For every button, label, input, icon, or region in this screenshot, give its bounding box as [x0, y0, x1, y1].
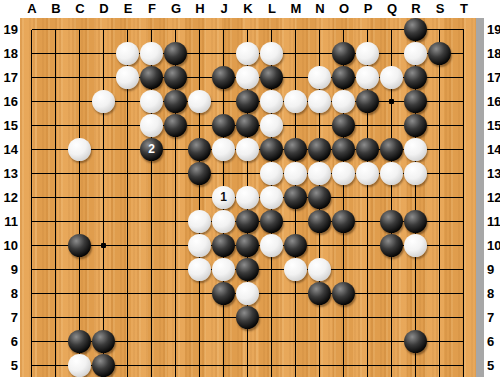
intersection-J7[interactable] — [212, 306, 236, 330]
intersection-R6[interactable] — [404, 330, 428, 354]
intersection-B14[interactable] — [44, 138, 68, 162]
intersection-K8[interactable] — [236, 282, 260, 306]
intersection-Q8[interactable] — [380, 282, 404, 306]
intersection-F11[interactable] — [140, 210, 164, 234]
intersection-M11[interactable] — [284, 210, 308, 234]
grid-line — [236, 173, 248, 174]
intersection-E14[interactable] — [116, 138, 140, 162]
intersection-D8[interactable] — [92, 282, 116, 306]
intersection-F17[interactable] — [140, 66, 164, 90]
intersection-H18[interactable] — [188, 42, 212, 66]
intersection-F9[interactable] — [140, 258, 164, 282]
intersection-P16[interactable] — [356, 90, 380, 114]
intersection-N10[interactable] — [308, 234, 332, 258]
intersection-A9[interactable] — [20, 258, 44, 282]
intersection-C5[interactable] — [68, 354, 92, 377]
intersection-O17[interactable] — [332, 66, 356, 90]
intersection-M18[interactable] — [284, 42, 308, 66]
intersection-L8[interactable] — [260, 282, 284, 306]
intersection-F5[interactable] — [140, 354, 164, 377]
intersection-S18[interactable] — [428, 42, 452, 66]
intersection-A15[interactable] — [20, 114, 44, 138]
grid-line — [56, 197, 68, 198]
grid-line — [212, 53, 224, 54]
intersection-E15[interactable] — [116, 114, 140, 138]
grid-line — [404, 293, 416, 294]
intersection-F15[interactable] — [140, 114, 164, 138]
intersection-O8[interactable] — [332, 282, 356, 306]
intersection-R19[interactable] — [404, 18, 428, 42]
intersection-E8[interactable] — [116, 282, 140, 306]
intersection-D18[interactable] — [92, 42, 116, 66]
intersection-G5[interactable] — [164, 354, 188, 377]
intersection-S19[interactable] — [428, 18, 452, 42]
intersection-H8[interactable] — [188, 282, 212, 306]
intersection-M12[interactable] — [284, 186, 308, 210]
intersection-A16[interactable] — [20, 90, 44, 114]
grid-line — [32, 77, 44, 78]
intersection-S13[interactable] — [428, 162, 452, 186]
intersection-G17[interactable] — [164, 66, 188, 90]
intersection-D16[interactable] — [92, 90, 116, 114]
intersection-L6[interactable] — [260, 330, 284, 354]
intersection-C10[interactable] — [68, 234, 92, 258]
intersection-O9[interactable] — [332, 258, 356, 282]
intersection-O14[interactable] — [332, 138, 356, 162]
intersection-S17[interactable] — [428, 66, 452, 90]
intersection-A8[interactable] — [20, 282, 44, 306]
intersection-P7[interactable] — [356, 306, 380, 330]
intersection-F14[interactable]: 2 — [140, 138, 164, 162]
intersection-A6[interactable] — [20, 330, 44, 354]
intersection-F12[interactable] — [140, 186, 164, 210]
intersection-C12[interactable] — [68, 186, 92, 210]
intersection-K7[interactable] — [236, 306, 260, 330]
grid-line — [271, 366, 272, 377]
intersection-R10[interactable] — [404, 234, 428, 258]
intersection-A11[interactable] — [20, 210, 44, 234]
intersection-K5[interactable] — [236, 354, 260, 377]
intersection-A18[interactable] — [20, 42, 44, 66]
intersection-N15[interactable] — [308, 114, 332, 138]
intersection-K10[interactable] — [236, 234, 260, 258]
intersection-N11[interactable] — [308, 210, 332, 234]
intersection-E18[interactable] — [116, 42, 140, 66]
intersection-R18[interactable] — [404, 42, 428, 66]
intersection-Q11[interactable] — [380, 210, 404, 234]
intersection-L11[interactable] — [260, 210, 284, 234]
intersection-B10[interactable] — [44, 234, 68, 258]
intersection-B16[interactable] — [44, 90, 68, 114]
intersection-M6[interactable] — [284, 330, 308, 354]
intersection-A5[interactable] — [20, 354, 44, 377]
intersection-D19[interactable] — [92, 18, 116, 42]
intersection-Q9[interactable] — [380, 258, 404, 282]
intersection-J8[interactable] — [212, 282, 236, 306]
intersection-G7[interactable] — [164, 306, 188, 330]
intersection-D13[interactable] — [92, 162, 116, 186]
intersection-O19[interactable] — [332, 18, 356, 42]
intersection-J12[interactable]: 1 — [212, 186, 236, 210]
intersection-J6[interactable] — [212, 330, 236, 354]
intersection-P5[interactable] — [356, 354, 380, 377]
intersection-R13[interactable] — [404, 162, 428, 186]
intersection-T9[interactable] — [452, 258, 476, 282]
intersection-B19[interactable] — [44, 18, 68, 42]
intersection-A7[interactable] — [20, 306, 44, 330]
intersection-L5[interactable] — [260, 354, 284, 377]
intersection-M13[interactable] — [284, 162, 308, 186]
intersection-H10[interactable] — [188, 234, 212, 258]
intersection-P18[interactable] — [356, 42, 380, 66]
intersection-E12[interactable] — [116, 186, 140, 210]
intersection-J5[interactable] — [212, 354, 236, 377]
intersection-L15[interactable] — [260, 114, 284, 138]
intersection-E13[interactable] — [116, 162, 140, 186]
intersection-O10[interactable] — [332, 234, 356, 258]
intersection-S12[interactable] — [428, 186, 452, 210]
intersection-Q6[interactable] — [380, 330, 404, 354]
intersection-H15[interactable] — [188, 114, 212, 138]
intersection-O18[interactable] — [332, 42, 356, 66]
grid-line — [199, 78, 200, 90]
intersection-D12[interactable] — [92, 186, 116, 210]
intersection-D11[interactable] — [92, 210, 116, 234]
intersection-D9[interactable] — [92, 258, 116, 282]
intersection-S9[interactable] — [428, 258, 452, 282]
intersection-D7[interactable] — [92, 306, 116, 330]
intersection-C17[interactable] — [68, 66, 92, 90]
intersection-E6[interactable] — [116, 330, 140, 354]
intersection-S7[interactable] — [428, 306, 452, 330]
intersection-B18[interactable] — [44, 42, 68, 66]
intersection-D10[interactable] — [92, 234, 116, 258]
intersection-T14[interactable] — [452, 138, 476, 162]
intersection-C6[interactable] — [68, 330, 92, 354]
grid-line — [367, 126, 368, 138]
intersection-C18[interactable] — [68, 42, 92, 66]
intersection-S14[interactable] — [428, 138, 452, 162]
intersection-M8[interactable] — [284, 282, 308, 306]
intersection-F18[interactable] — [140, 42, 164, 66]
intersection-C14[interactable] — [68, 138, 92, 162]
intersection-L9[interactable] — [260, 258, 284, 282]
intersection-K15[interactable] — [236, 114, 260, 138]
intersection-E11[interactable] — [116, 210, 140, 234]
intersection-C9[interactable] — [68, 258, 92, 282]
intersection-Q13[interactable] — [380, 162, 404, 186]
intersection-K12[interactable] — [236, 186, 260, 210]
intersection-Q19[interactable] — [380, 18, 404, 42]
intersection-R11[interactable] — [404, 210, 428, 234]
intersection-J18[interactable] — [212, 42, 236, 66]
row-label-right-9: 9 — [487, 258, 500, 282]
intersection-M16[interactable] — [284, 90, 308, 114]
intersection-F13[interactable] — [140, 162, 164, 186]
intersection-H9[interactable] — [188, 258, 212, 282]
intersection-T11[interactable] — [452, 210, 476, 234]
intersection-S8[interactable] — [428, 282, 452, 306]
intersection-B13[interactable] — [44, 162, 68, 186]
intersection-L19[interactable] — [260, 18, 284, 42]
intersection-G12[interactable] — [164, 186, 188, 210]
intersection-F6[interactable] — [140, 330, 164, 354]
intersection-S10[interactable] — [428, 234, 452, 258]
intersection-J15[interactable] — [212, 114, 236, 138]
intersection-M10[interactable] — [284, 234, 308, 258]
intersection-J10[interactable] — [212, 234, 236, 258]
intersection-R8[interactable] — [404, 282, 428, 306]
intersection-H17[interactable] — [188, 66, 212, 90]
intersection-K17[interactable] — [236, 66, 260, 90]
intersection-A12[interactable] — [20, 186, 44, 210]
intersection-K19[interactable] — [236, 18, 260, 42]
intersection-T5[interactable] — [452, 354, 476, 377]
intersection-C11[interactable] — [68, 210, 92, 234]
intersection-M9[interactable] — [284, 258, 308, 282]
intersection-T10[interactable] — [452, 234, 476, 258]
intersection-S15[interactable] — [428, 114, 452, 138]
intersection-M19[interactable] — [284, 18, 308, 42]
intersection-H14[interactable] — [188, 138, 212, 162]
intersection-N9[interactable] — [308, 258, 332, 282]
intersection-N18[interactable] — [308, 42, 332, 66]
intersection-Q14[interactable] — [380, 138, 404, 162]
intersection-P13[interactable] — [356, 162, 380, 186]
intersection-B12[interactable] — [44, 186, 68, 210]
intersection-P11[interactable] — [356, 210, 380, 234]
intersection-O5[interactable] — [332, 354, 356, 377]
intersection-O16[interactable] — [332, 90, 356, 114]
intersection-R16[interactable] — [404, 90, 428, 114]
intersection-T8[interactable] — [452, 282, 476, 306]
intersection-R17[interactable] — [404, 66, 428, 90]
intersection-T19[interactable] — [452, 18, 476, 42]
intersection-F7[interactable] — [140, 306, 164, 330]
intersection-A14[interactable] — [20, 138, 44, 162]
intersection-B8[interactable] — [44, 282, 68, 306]
intersection-Q12[interactable] — [380, 186, 404, 210]
intersection-G8[interactable] — [164, 282, 188, 306]
intersection-E16[interactable] — [116, 90, 140, 114]
intersection-O12[interactable] — [332, 186, 356, 210]
intersection-K9[interactable] — [236, 258, 260, 282]
intersection-Q15[interactable] — [380, 114, 404, 138]
intersection-N8[interactable] — [308, 282, 332, 306]
intersection-N7[interactable] — [308, 306, 332, 330]
intersection-D17[interactable] — [92, 66, 116, 90]
intersection-H7[interactable] — [188, 306, 212, 330]
intersection-N17[interactable] — [308, 66, 332, 90]
intersection-G9[interactable] — [164, 258, 188, 282]
intersection-G11[interactable] — [164, 210, 188, 234]
intersection-H19[interactable] — [188, 18, 212, 42]
intersection-C7[interactable] — [68, 306, 92, 330]
intersection-L16[interactable] — [260, 90, 284, 114]
intersection-D5[interactable] — [92, 354, 116, 377]
intersection-P15[interactable] — [356, 114, 380, 138]
intersection-C19[interactable] — [68, 18, 92, 42]
intersection-A17[interactable] — [20, 66, 44, 90]
intersection-R15[interactable] — [404, 114, 428, 138]
intersection-K11[interactable] — [236, 210, 260, 234]
intersection-E10[interactable] — [116, 234, 140, 258]
grid-line — [175, 198, 176, 210]
intersection-G19[interactable] — [164, 18, 188, 42]
intersection-K16[interactable] — [236, 90, 260, 114]
intersection-K14[interactable] — [236, 138, 260, 162]
intersection-K6[interactable] — [236, 330, 260, 354]
intersection-H12[interactable] — [188, 186, 212, 210]
intersection-K13[interactable] — [236, 162, 260, 186]
intersection-O6[interactable] — [332, 330, 356, 354]
intersection-Q10[interactable] — [380, 234, 404, 258]
intersection-B7[interactable] — [44, 306, 68, 330]
intersection-P12[interactable] — [356, 186, 380, 210]
intersection-T16[interactable] — [452, 90, 476, 114]
intersection-A13[interactable] — [20, 162, 44, 186]
intersection-D6[interactable] — [92, 330, 116, 354]
intersection-A10[interactable] — [20, 234, 44, 258]
intersection-L7[interactable] — [260, 306, 284, 330]
intersection-J13[interactable] — [212, 162, 236, 186]
intersection-J14[interactable] — [212, 138, 236, 162]
intersection-C15[interactable] — [68, 114, 92, 138]
intersection-J16[interactable] — [212, 90, 236, 114]
intersection-N14[interactable] — [308, 138, 332, 162]
intersection-O11[interactable] — [332, 210, 356, 234]
intersection-B17[interactable] — [44, 66, 68, 90]
intersection-J9[interactable] — [212, 258, 236, 282]
intersection-H13[interactable] — [188, 162, 212, 186]
intersection-M14[interactable] — [284, 138, 308, 162]
intersection-P9[interactable] — [356, 258, 380, 282]
intersection-Q17[interactable] — [380, 66, 404, 90]
intersection-H6[interactable] — [188, 330, 212, 354]
intersection-G14[interactable] — [164, 138, 188, 162]
intersection-N13[interactable] — [308, 162, 332, 186]
intersection-B11[interactable] — [44, 210, 68, 234]
intersection-N6[interactable] — [308, 330, 332, 354]
intersection-F16[interactable] — [140, 90, 164, 114]
intersection-T13[interactable] — [452, 162, 476, 186]
grid-line — [452, 365, 464, 366]
grid-line — [175, 342, 176, 354]
intersection-R12[interactable] — [404, 186, 428, 210]
intersection-J17[interactable] — [212, 66, 236, 90]
intersection-S5[interactable] — [428, 354, 452, 377]
intersection-L10[interactable] — [260, 234, 284, 258]
intersection-K18[interactable] — [236, 42, 260, 66]
intersection-E19[interactable] — [116, 18, 140, 42]
intersection-S6[interactable] — [428, 330, 452, 354]
intersection-N19[interactable] — [308, 18, 332, 42]
grid-line — [332, 197, 344, 198]
intersection-Q7[interactable] — [380, 306, 404, 330]
intersection-J19[interactable] — [212, 18, 236, 42]
intersection-B9[interactable] — [44, 258, 68, 282]
intersection-G6[interactable] — [164, 330, 188, 354]
intersection-T12[interactable] — [452, 186, 476, 210]
intersection-O13[interactable] — [332, 162, 356, 186]
intersection-L14[interactable] — [260, 138, 284, 162]
intersection-T15[interactable] — [452, 114, 476, 138]
intersection-E7[interactable] — [116, 306, 140, 330]
intersection-J11[interactable] — [212, 210, 236, 234]
intersection-R14[interactable] — [404, 138, 428, 162]
intersection-P17[interactable] — [356, 66, 380, 90]
intersection-P10[interactable] — [356, 234, 380, 258]
grid-line — [344, 341, 356, 342]
intersection-R9[interactable] — [404, 258, 428, 282]
intersection-S11[interactable] — [428, 210, 452, 234]
intersection-G18[interactable] — [164, 42, 188, 66]
intersection-P14[interactable] — [356, 138, 380, 162]
intersection-C13[interactable] — [68, 162, 92, 186]
intersection-M17[interactable] — [284, 66, 308, 90]
intersection-B6[interactable] — [44, 330, 68, 354]
intersection-Q5[interactable] — [380, 354, 404, 377]
intersection-P19[interactable] — [356, 18, 380, 42]
intersection-O7[interactable] — [332, 306, 356, 330]
intersection-C8[interactable] — [68, 282, 92, 306]
intersection-E9[interactable] — [116, 258, 140, 282]
intersection-P6[interactable] — [356, 330, 380, 354]
intersection-Q18[interactable] — [380, 42, 404, 66]
intersection-P8[interactable] — [356, 282, 380, 306]
intersection-E5[interactable] — [116, 354, 140, 377]
intersection-M15[interactable] — [284, 114, 308, 138]
intersection-H5[interactable] — [188, 354, 212, 377]
intersection-L18[interactable] — [260, 42, 284, 66]
intersection-G16[interactable] — [164, 90, 188, 114]
intersection-O15[interactable] — [332, 114, 356, 138]
intersection-N5[interactable] — [308, 354, 332, 377]
intersection-B15[interactable] — [44, 114, 68, 138]
intersection-A19[interactable] — [20, 18, 44, 42]
intersection-E17[interactable] — [116, 66, 140, 90]
intersection-Q16[interactable] — [380, 90, 404, 114]
intersection-F19[interactable] — [140, 18, 164, 42]
intersection-L13[interactable] — [260, 162, 284, 186]
intersection-T18[interactable] — [452, 42, 476, 66]
intersection-G10[interactable] — [164, 234, 188, 258]
intersection-C16[interactable] — [68, 90, 92, 114]
row-label-left-17: 17 — [0, 66, 18, 90]
intersection-G15[interactable] — [164, 114, 188, 138]
intersection-F10[interactable] — [140, 234, 164, 258]
intersection-H16[interactable] — [188, 90, 212, 114]
intersection-N12[interactable] — [308, 186, 332, 210]
intersection-B5[interactable] — [44, 354, 68, 377]
intersection-T17[interactable] — [452, 66, 476, 90]
intersection-H11[interactable] — [188, 210, 212, 234]
intersection-T7[interactable] — [452, 306, 476, 330]
intersection-M7[interactable] — [284, 306, 308, 330]
intersection-R5[interactable] — [404, 354, 428, 377]
intersection-T6[interactable] — [452, 330, 476, 354]
intersection-L12[interactable] — [260, 186, 284, 210]
intersection-D15[interactable] — [92, 114, 116, 138]
intersection-R7[interactable] — [404, 306, 428, 330]
intersection-N16[interactable] — [308, 90, 332, 114]
intersection-F8[interactable] — [140, 282, 164, 306]
intersection-D14[interactable] — [92, 138, 116, 162]
intersection-M5[interactable] — [284, 354, 308, 377]
intersection-S16[interactable] — [428, 90, 452, 114]
intersection-G13[interactable] — [164, 162, 188, 186]
intersection-L17[interactable] — [260, 66, 284, 90]
